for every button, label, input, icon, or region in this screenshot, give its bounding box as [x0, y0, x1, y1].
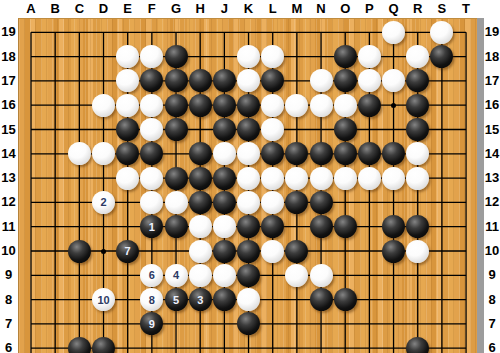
col-label-M: M: [288, 1, 306, 17]
stone-K18-white[interactable]: [237, 45, 260, 68]
stone-N8-black[interactable]: [310, 288, 333, 311]
row-label-14: 14: [0, 146, 17, 162]
stone-N9-white[interactable]: [310, 264, 333, 287]
stone-K13-white[interactable]: [237, 167, 260, 190]
col-label-E: E: [119, 1, 137, 17]
col-label-A: A: [22, 1, 40, 17]
stone-J8-black[interactable]: [213, 288, 236, 311]
move-number-10: 10: [97, 294, 109, 306]
stone-G15-black[interactable]: [165, 118, 188, 141]
col-label-B: B: [46, 1, 64, 17]
stone-C14-white[interactable]: [68, 142, 91, 165]
col-label-Q: Q: [385, 1, 403, 17]
stone-G16-black[interactable]: [165, 94, 188, 117]
stone-O15-black[interactable]: [334, 118, 357, 141]
stone-J11-white[interactable]: [213, 215, 236, 238]
stone-J14-white[interactable]: [213, 142, 236, 165]
stone-K12-white[interactable]: [237, 191, 260, 214]
stone-D12-white[interactable]: 2: [92, 191, 115, 214]
stone-H13-black[interactable]: [189, 167, 212, 190]
stone-O16-white[interactable]: [334, 94, 357, 117]
stone-H11-white[interactable]: [189, 215, 212, 238]
stone-R16-black[interactable]: [406, 94, 429, 117]
stone-Q19-white[interactable]: [382, 21, 405, 44]
stone-N12-black[interactable]: [310, 191, 333, 214]
move-number-5: 5: [173, 294, 179, 306]
stone-N16-white[interactable]: [310, 94, 333, 117]
stone-K15-black[interactable]: [237, 118, 260, 141]
stone-G13-black[interactable]: [165, 167, 188, 190]
col-label-J: J: [215, 1, 233, 17]
row-label-6: 6: [484, 340, 500, 353]
row-label-13: 13: [0, 170, 17, 186]
stone-Q13-white[interactable]: [382, 167, 405, 190]
stone-R13-white[interactable]: [406, 167, 429, 190]
row-label-15: 15: [0, 122, 17, 138]
stone-M16-white[interactable]: [285, 94, 308, 117]
stone-P13-white[interactable]: [358, 167, 381, 190]
move-number-9: 9: [149, 318, 155, 330]
stone-D16-white[interactable]: [92, 94, 115, 117]
stone-Q10-black[interactable]: [382, 240, 405, 263]
stone-N17-white[interactable]: [310, 69, 333, 92]
move-number-3: 3: [197, 294, 203, 306]
row-label-9: 9: [0, 267, 17, 283]
stone-F16-white[interactable]: [140, 94, 163, 117]
stone-L12-white[interactable]: [261, 191, 284, 214]
row-label-18: 18: [0, 49, 17, 65]
stone-J12-black[interactable]: [213, 191, 236, 214]
stone-D8-white[interactable]: 10: [92, 288, 115, 311]
stone-N14-black[interactable]: [310, 142, 333, 165]
stone-H8-black[interactable]: 3: [189, 288, 212, 311]
stone-K9-black[interactable]: [237, 264, 260, 287]
stone-E13-white[interactable]: [116, 167, 139, 190]
col-label-C: C: [70, 1, 88, 17]
stone-P16-black[interactable]: [358, 94, 381, 117]
stone-O17-black[interactable]: [334, 69, 357, 92]
col-label-N: N: [312, 1, 330, 17]
col-label-H: H: [191, 1, 209, 17]
stone-J10-black[interactable]: [213, 240, 236, 263]
stone-M13-white[interactable]: [285, 167, 308, 190]
stone-F13-white[interactable]: [140, 167, 163, 190]
col-label-T: T: [457, 1, 475, 17]
row-label-18: 18: [484, 49, 500, 65]
stone-J13-black[interactable]: [213, 167, 236, 190]
col-label-D: D: [95, 1, 113, 17]
col-label-S: S: [433, 1, 451, 17]
stone-N13-white[interactable]: [310, 167, 333, 190]
col-label-R: R: [409, 1, 427, 17]
stone-E16-white[interactable]: [116, 94, 139, 117]
row-label-17: 17: [0, 73, 17, 89]
stone-L13-white[interactable]: [261, 167, 284, 190]
stone-J16-black[interactable]: [213, 94, 236, 117]
stone-O11-black[interactable]: [334, 215, 357, 238]
row-label-14: 14: [484, 146, 500, 162]
row-label-12: 12: [484, 194, 500, 210]
row-label-9: 9: [484, 267, 500, 283]
row-label-16: 16: [0, 97, 17, 113]
move-number-7: 7: [125, 245, 131, 257]
stone-J15-black[interactable]: [213, 118, 236, 141]
move-number-1: 1: [149, 221, 155, 233]
star-point-Q16: [391, 103, 396, 108]
col-label-F: F: [143, 1, 161, 17]
stone-L16-white[interactable]: [261, 94, 284, 117]
stone-H16-black[interactable]: [189, 94, 212, 117]
stone-J9-white[interactable]: [213, 264, 236, 287]
row-label-19: 19: [0, 24, 17, 40]
row-label-16: 16: [484, 97, 500, 113]
row-label-13: 13: [484, 170, 500, 186]
col-label-K: K: [240, 1, 258, 17]
row-label-11: 11: [484, 219, 500, 235]
stone-O8-black[interactable]: [334, 288, 357, 311]
stone-G17-black[interactable]: [165, 69, 188, 92]
stone-N11-black[interactable]: [310, 215, 333, 238]
col-label-P: P: [360, 1, 378, 17]
stone-F9-white[interactable]: 6: [140, 264, 163, 287]
col-label-O: O: [336, 1, 354, 17]
row-label-7: 7: [484, 316, 500, 332]
stone-G9-white[interactable]: 4: [165, 264, 188, 287]
stone-K8-white[interactable]: [237, 288, 260, 311]
row-label-11: 11: [0, 219, 17, 235]
stone-K16-black[interactable]: [237, 94, 260, 117]
stone-E10-black[interactable]: 7: [116, 240, 139, 263]
stone-M10-black[interactable]: [285, 240, 308, 263]
stone-O14-black[interactable]: [334, 142, 357, 165]
row-label-6: 6: [0, 340, 17, 353]
move-number-4: 4: [173, 269, 179, 281]
stone-G11-black[interactable]: [165, 215, 188, 238]
stone-H10-white[interactable]: [189, 240, 212, 263]
move-number-8: 8: [149, 294, 155, 306]
stone-M9-white[interactable]: [285, 264, 308, 287]
col-label-L: L: [264, 1, 282, 17]
stone-K10-black[interactable]: [237, 240, 260, 263]
row-label-12: 12: [0, 194, 17, 210]
row-label-15: 15: [484, 122, 500, 138]
row-label-8: 8: [484, 292, 500, 308]
stone-H12-black[interactable]: [189, 191, 212, 214]
stone-P18-white[interactable]: [358, 45, 381, 68]
move-number-2: 2: [100, 196, 106, 208]
stone-O18-black[interactable]: [334, 45, 357, 68]
row-label-8: 8: [0, 292, 17, 308]
col-label-G: G: [167, 1, 185, 17]
row-label-10: 10: [484, 243, 500, 259]
row-label-7: 7: [0, 316, 17, 332]
star-point-D10: [101, 249, 106, 254]
stone-C10-black[interactable]: [68, 240, 91, 263]
stone-R10-white[interactable]: [406, 240, 429, 263]
row-label-17: 17: [484, 73, 500, 89]
stone-H9-white[interactable]: [189, 264, 212, 287]
row-label-10: 10: [0, 243, 17, 259]
stone-G8-black[interactable]: 5: [165, 288, 188, 311]
stone-H14-black[interactable]: [189, 142, 212, 165]
stone-G18-black[interactable]: [165, 45, 188, 68]
go-board-screenshot: ABCDEFGHJKLMNOPQRST 19181716151413121110…: [0, 0, 500, 353]
stone-C6-black[interactable]: [68, 337, 91, 353]
stone-G12-white[interactable]: [165, 191, 188, 214]
stone-H17-black[interactable]: [189, 69, 212, 92]
stone-L10-white[interactable]: [261, 240, 284, 263]
row-label-19: 19: [484, 24, 500, 40]
stone-O13-white[interactable]: [334, 167, 357, 190]
move-number-6: 6: [149, 269, 155, 281]
